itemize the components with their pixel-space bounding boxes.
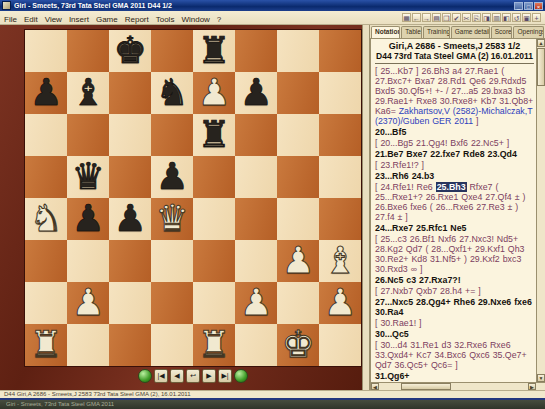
- flip-board-icon[interactable]: ↺: [512, 13, 521, 22]
- new-board-icon[interactable]: ▦: [402, 13, 411, 22]
- square-f4[interactable]: [235, 198, 277, 240]
- square-f3[interactable]: [235, 240, 277, 282]
- square-b5[interactable]: ♛: [67, 156, 109, 198]
- black-pawn-b4: ♟: [71, 198, 104, 240]
- clipboard-icon[interactable]: ⎘: [472, 13, 481, 22]
- square-g1[interactable]: ♚: [277, 324, 319, 366]
- variation-moves[interactable]: [ 27.Nxb7 Qxb7 28.h4 += ]: [375, 286, 481, 296]
- horizontal-scrollbar[interactable]: ◀ ▶: [371, 382, 545, 390]
- square-f2[interactable]: ♟: [235, 282, 277, 324]
- square-d7[interactable]: ♞: [151, 72, 193, 114]
- scroll-left-icon[interactable]: ◀: [371, 383, 379, 390]
- menu-item-report[interactable]: Report: [125, 15, 149, 24]
- square-e7[interactable]: ♟: [193, 72, 235, 114]
- status-bar: D44 Giri,A 2686 - Smeets,J 2583 73rd Tat…: [0, 390, 545, 398]
- current-move[interactable]: 25.Bh3: [436, 182, 467, 192]
- white-queen-d4: ♛: [155, 198, 188, 240]
- square-h5[interactable]: [319, 156, 361, 198]
- takeback-button[interactable]: ↩: [186, 369, 200, 383]
- variation-moves[interactable]: [ 25...c3 26.Bf1 Nxf6 27.Nxc3! Nd5+ 28.K…: [375, 234, 524, 274]
- main-area: ♚♜♟♝♞♟♟♜♛♟♞♟♟♛♟♝♟♟♟♜♜♚ |◀◀↩▶▶| NotationT…: [0, 25, 545, 390]
- white-rook-a1: ♜: [29, 324, 62, 366]
- square-e2[interactable]: [193, 282, 235, 324]
- next-move-button[interactable]: ▶: [202, 369, 216, 383]
- notation-block: [ 30...d4 31.Re1 d3 32.Rxe6 Rxe6 33.Qxd4…: [375, 340, 534, 370]
- square-h3[interactable]: ♝: [319, 240, 361, 282]
- square-d3[interactable]: [151, 240, 193, 282]
- menu-item-window[interactable]: Window: [181, 15, 209, 24]
- square-a6[interactable]: [25, 114, 67, 156]
- black-pawn-f7: ♟: [239, 72, 272, 114]
- square-b2[interactable]: ♟: [67, 282, 109, 324]
- scroll-up-icon[interactable]: ▲: [537, 39, 545, 47]
- notation-area: Giri,A 2686 - Smeets,J 2583 1/2 D44 73rd…: [370, 39, 545, 390]
- white-pawn-b2: ♟: [71, 282, 104, 324]
- notation-block: 27...Nxc5 28.Qg4+ Rhe6 29.Nxe6 fxe6 30.R…: [375, 297, 534, 317]
- notation-block: [ 30.Rae1! ]: [375, 318, 534, 328]
- forward-arrow-icon[interactable]: →: [422, 13, 431, 22]
- close-button[interactable]: ×: [534, 2, 543, 10]
- square-g6[interactable]: [277, 114, 319, 156]
- notation-block: 26.Nc5 c3 27.Rxa7?!: [375, 275, 534, 285]
- variation-moves[interactable]: [ 24.Rfe1! Re6: [375, 182, 436, 192]
- black-pawn-c4: ♟: [113, 198, 146, 240]
- game-header-event: D44 73rd Tata Steel GMA (2) 16.01.2011: [375, 51, 534, 61]
- square-h1[interactable]: [319, 324, 361, 366]
- square-d2[interactable]: [151, 282, 193, 324]
- mainline-moves[interactable]: 30...Qc5: [375, 329, 409, 339]
- square-c3[interactable]: [109, 240, 151, 282]
- black-rook-e6: ♜: [197, 114, 230, 156]
- square-c5[interactable]: [109, 156, 151, 198]
- tab-game-details[interactable]: Game details: [451, 26, 490, 38]
- mainline-moves[interactable]: 26.Nc5 c3 27.Rxa7?!: [375, 275, 461, 285]
- square-a1[interactable]: ♜: [25, 324, 67, 366]
- chessbase-window: Giri - Smeets, 73rd Tata Steel GMA 2011 …: [0, 0, 545, 409]
- menu-item-view[interactable]: View: [45, 15, 62, 24]
- mainline-moves[interactable]: 20...Bf5: [375, 127, 406, 137]
- layout-icon[interactable]: ◨: [482, 13, 491, 22]
- square-a5[interactable]: [25, 156, 67, 198]
- white-pawn-f2: ♟: [239, 282, 272, 324]
- square-b6[interactable]: [67, 114, 109, 156]
- scissors-icon[interactable]: ✂: [462, 13, 471, 22]
- square-a8[interactable]: [25, 30, 67, 72]
- back-arrow-icon[interactable]: ←: [412, 13, 421, 22]
- notation-block: 24...Rxe7 25.Rfc1 Ne5: [375, 223, 534, 233]
- panel-icon[interactable]: ◧: [502, 13, 511, 22]
- square-h7[interactable]: [319, 72, 361, 114]
- black-king-c8: ♚: [113, 30, 146, 72]
- square-h4[interactable]: [319, 198, 361, 240]
- white-pawn-g3: ♟: [281, 240, 314, 282]
- square-b8[interactable]: [67, 30, 109, 72]
- square-c7[interactable]: [109, 72, 151, 114]
- black-queen-b5: ♛: [71, 156, 104, 198]
- variation-moves[interactable]: [ 20...Bg5 21.Qg4! Bxf6 22.Nc5+ ]: [375, 138, 509, 148]
- tab-openings[interactable]: Openings: [513, 26, 544, 38]
- menu-item-file[interactable]: File: [4, 15, 17, 24]
- tab-training[interactable]: Training: [423, 26, 450, 38]
- pane-splitter[interactable]: [362, 25, 370, 390]
- mainline-moves[interactable]: 23...Rh6 24.b3: [375, 171, 434, 181]
- menu-item-edit[interactable]: Edit: [24, 15, 38, 24]
- check-icon[interactable]: ✔: [452, 13, 461, 22]
- vertical-scrollbar[interactable]: ▲ ▼: [536, 39, 545, 382]
- square-e8[interactable]: ♜: [193, 30, 235, 72]
- black-bishop-b7: ♝: [71, 72, 104, 114]
- notation-tab-bar: NotationTableTrainingGame detailsScoreOp…: [370, 25, 545, 39]
- minimize-button[interactable]: _: [514, 2, 523, 10]
- square-d1[interactable]: [151, 324, 193, 366]
- notation-block: [ 24.Rfe1! Re6 25.Bh3 Rfxe7 ( 25...Rxe1+…: [375, 182, 534, 222]
- square-e6[interactable]: ♜: [193, 114, 235, 156]
- notation-block: [ 20...Bg5 21.Qg4! Bxf6 22.Nc5+ ]: [375, 138, 534, 148]
- vcr-controls: |◀◀↩▶▶|: [138, 368, 248, 384]
- white-pawn-e7: ♟: [197, 72, 230, 114]
- black-pawn-a7: ♟: [29, 72, 62, 114]
- square-g5[interactable]: [277, 156, 319, 198]
- black-pawn-d5: ♟: [155, 156, 188, 198]
- notation-block: 21.Be7 Bxe7 22.fxe7 Rde8 23.Qd4: [375, 149, 534, 159]
- grid-icon[interactable]: ▥: [492, 13, 501, 22]
- notation-block: [ 23.Rfe1!? ]: [375, 160, 534, 170]
- white-king-g1: ♚: [281, 324, 314, 366]
- square-a2[interactable]: [25, 282, 67, 324]
- square-f6[interactable]: [235, 114, 277, 156]
- notation-pane: NotationTableTrainingGame detailsScoreOp…: [370, 25, 545, 390]
- white-bishop-h3: ♝: [323, 240, 356, 282]
- previous-move-button[interactable]: ◀: [170, 369, 184, 383]
- square-f8[interactable]: [235, 30, 277, 72]
- square-c6[interactable]: [109, 114, 151, 156]
- tab-notation[interactable]: Notation: [371, 26, 400, 38]
- notation-block: [ 27.Nxb7 Qxb7 28.h4 += ]: [375, 286, 534, 296]
- square-b7[interactable]: ♝: [67, 72, 109, 114]
- notation-block: [ 25...Kb7 ] 26.Bh3 a4 27.Rae1 ( 27.Bxc7…: [375, 66, 534, 126]
- square-e5[interactable]: [193, 156, 235, 198]
- square-c4[interactable]: ♟: [109, 198, 151, 240]
- square-f1[interactable]: [235, 324, 277, 366]
- square-h6[interactable]: [319, 114, 361, 156]
- horizontal-scroll-thumb[interactable]: [401, 383, 451, 390]
- square-b3[interactable]: [67, 240, 109, 282]
- taskbar-label: Giri - Smeets, 73rd Tata Steel GMA 2011: [6, 401, 114, 408]
- menu-item-[interactable]: ?: [217, 15, 221, 24]
- white-rook-e1: ♜: [197, 324, 230, 366]
- menu-bar: FileEditViewInsertGameReportToolsWindow?…: [0, 11, 545, 25]
- square-g4[interactable]: [277, 198, 319, 240]
- chess-board: ♚♜♟♝♞♟♟♜♛♟♞♟♟♛♟♝♟♟♟♜♜♚: [24, 29, 362, 367]
- white-knight-a4: ♞: [29, 198, 62, 240]
- square-e1[interactable]: ♜: [193, 324, 235, 366]
- menu-item-insert[interactable]: Insert: [69, 15, 89, 24]
- square-a4[interactable]: ♞: [25, 198, 67, 240]
- variation-moves[interactable]: [ 23.Rfe1!? ]: [375, 160, 424, 170]
- mainline-moves[interactable]: 21.Be7 Bxe7 22.fxe7 Rde8 23.Qd4: [375, 149, 517, 159]
- notation-block: 20...Bf5: [375, 127, 534, 137]
- variation-moves[interactable]: [ 30.Rae1! ]: [375, 318, 421, 328]
- square-e4[interactable]: [193, 198, 235, 240]
- square-f7[interactable]: ♟: [235, 72, 277, 114]
- vertical-scroll-thumb[interactable]: [537, 48, 545, 86]
- board-frame: ♚♜♟♝♞♟♟♜♛♟♞♟♟♛♟♝♟♟♟♜♜♚ |◀◀↩▶▶|: [0, 25, 362, 390]
- notation-block: 23...Rh6 24.b3: [375, 171, 534, 181]
- black-knight-d7: ♞: [155, 72, 188, 114]
- square-d5[interactable]: ♟: [151, 156, 193, 198]
- help-icon[interactable]: +: [532, 13, 541, 22]
- square-g3[interactable]: ♟: [277, 240, 319, 282]
- square-f5[interactable]: [235, 156, 277, 198]
- tab-score[interactable]: Score: [491, 26, 513, 38]
- engine-left-button[interactable]: [138, 369, 152, 383]
- square-c8[interactable]: ♚: [109, 30, 151, 72]
- mainline-moves[interactable]: 24...Rxe7 25.Rfc1 Ne5: [375, 223, 466, 233]
- first-move-button[interactable]: |◀: [154, 369, 168, 383]
- last-move-button[interactable]: ▶|: [218, 369, 232, 383]
- square-d4[interactable]: ♛: [151, 198, 193, 240]
- square-d8[interactable]: [151, 30, 193, 72]
- scroll-down-icon[interactable]: ▼: [537, 374, 545, 382]
- taskbar: Giri - Smeets, 73rd Tata Steel GMA 2011: [0, 400, 545, 409]
- square-d6[interactable]: [151, 114, 193, 156]
- square-h8[interactable]: [319, 30, 361, 72]
- tab-table[interactable]: Table: [401, 26, 422, 38]
- maximize-button[interactable]: □: [524, 2, 533, 10]
- menu-item-tools[interactable]: Tools: [156, 15, 175, 24]
- menu-item-game[interactable]: Game: [96, 15, 118, 24]
- square-g2[interactable]: [277, 282, 319, 324]
- square-c2[interactable]: [109, 282, 151, 324]
- game-reference-link[interactable]: Zakhartsov,V (2582)-Michalczak,T (2370)/…: [375, 106, 532, 126]
- white-pawn-h2: ♟: [323, 282, 356, 324]
- square-a3[interactable]: [25, 240, 67, 282]
- variation-moves[interactable]: [ 30...d4 31.Re1 d3 32.Rxe6 Rxe6 33.Qxd4…: [375, 340, 527, 370]
- game-header-players: Giri,A 2686 - Smeets,J 2583 1/2: [375, 41, 534, 51]
- engine-right-button[interactable]: [234, 369, 248, 383]
- black-rook-e8: ♜: [197, 30, 230, 72]
- variation-moves[interactable]: ]: [473, 116, 478, 126]
- mainline-moves[interactable]: 27...Nxc5 28.Qg4+ Rhe6 29.Nxe6 fxe6 30.R…: [375, 297, 532, 317]
- mainline-moves[interactable]: 31.Qg6+: [375, 371, 409, 381]
- notation-block: 31.Qg6+: [375, 371, 534, 381]
- square-a7[interactable]: ♟: [25, 72, 67, 114]
- game-header: Giri,A 2686 - Smeets,J 2583 1/2 D44 73rd…: [375, 40, 534, 64]
- square-c1[interactable]: [109, 324, 151, 366]
- square-e3[interactable]: [193, 240, 235, 282]
- square-g8[interactable]: [277, 30, 319, 72]
- notation-block: [ 25...c3 26.Bf1 Nxf6 27.Nxc3! Nd5+ 28.K…: [375, 234, 534, 274]
- monitor-icon[interactable]: ▣: [522, 13, 531, 22]
- scroll-right-icon[interactable]: ▶: [528, 383, 536, 390]
- square-h2[interactable]: ♟: [319, 282, 361, 324]
- square-b1[interactable]: [67, 324, 109, 366]
- copy-icon[interactable]: ❐: [442, 13, 451, 22]
- square-b4[interactable]: ♟: [67, 198, 109, 240]
- save-icon[interactable]: ▤: [432, 13, 441, 22]
- notation-block: 30...Qc5: [375, 329, 534, 339]
- square-g7[interactable]: [277, 72, 319, 114]
